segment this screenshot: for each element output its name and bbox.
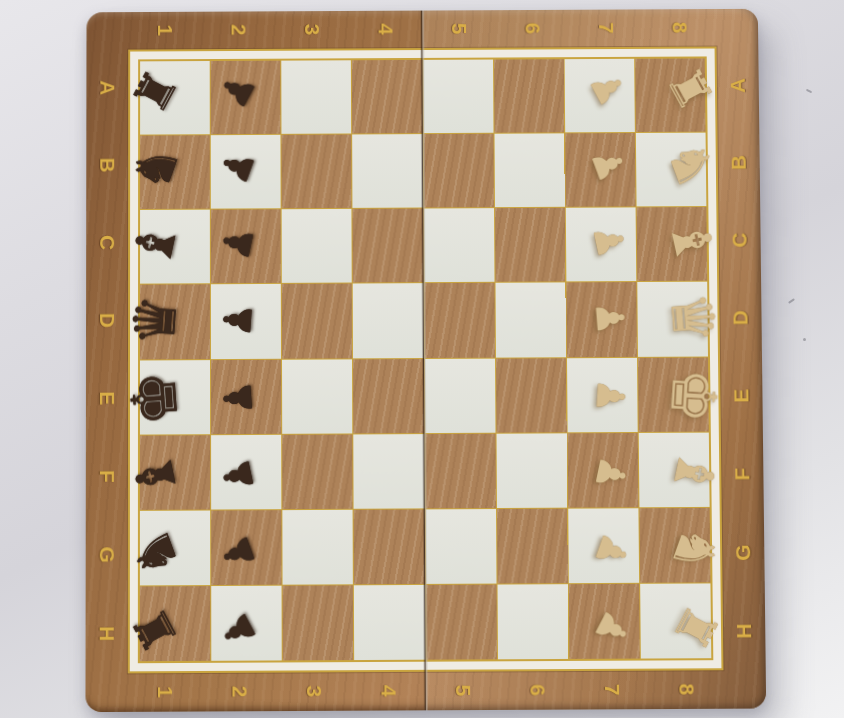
square-F3[interactable] xyxy=(282,434,353,509)
coord-left-D: D xyxy=(68,304,146,338)
square-C3[interactable] xyxy=(282,209,352,283)
piece-light-pawn[interactable]: ♟ xyxy=(584,143,631,188)
square-G1[interactable]: ♞ xyxy=(140,510,210,585)
coord-top-4: 4 xyxy=(370,0,400,66)
square-F8[interactable]: ♝ xyxy=(639,432,710,507)
square-F1[interactable]: ♝ xyxy=(140,435,210,510)
coord-top-5: 5 xyxy=(444,0,474,66)
square-F4[interactable] xyxy=(354,434,425,509)
dust-speck xyxy=(788,298,795,304)
square-D5[interactable] xyxy=(424,283,495,357)
coordinate-labels-right: ABCDEFGH xyxy=(721,46,762,670)
photo-scene: 12345678 12345678 ABCDEFGH ABCDEFGH ♜♟♟♜… xyxy=(0,0,844,718)
square-H4[interactable] xyxy=(354,585,425,660)
piece-dark-pawn[interactable]: ♟ xyxy=(213,67,262,114)
piece-light-pawn[interactable]: ♟ xyxy=(590,377,630,413)
square-B7[interactable]: ♟ xyxy=(565,133,636,207)
square-B2[interactable]: ♟ xyxy=(211,135,281,209)
coord-right-G: G xyxy=(704,535,783,570)
square-B6[interactable] xyxy=(494,133,564,207)
square-D3[interactable] xyxy=(282,284,352,358)
square-H1[interactable]: ♜ xyxy=(140,586,211,661)
coord-top-8: 8 xyxy=(664,0,695,65)
square-F2[interactable]: ♟ xyxy=(211,434,281,509)
square-G8[interactable]: ♞ xyxy=(639,508,710,583)
coord-left-H: H xyxy=(67,617,145,652)
coord-right-E: E xyxy=(702,378,780,412)
square-H7[interactable]: ♟ xyxy=(569,584,640,659)
square-C8[interactable]: ♝ xyxy=(636,207,707,281)
square-E4[interactable] xyxy=(353,359,424,434)
square-E7[interactable]: ♟ xyxy=(567,357,638,432)
square-G7[interactable]: ♟ xyxy=(568,508,639,583)
coord-left-F: F xyxy=(68,460,146,495)
square-A7[interactable]: ♟ xyxy=(564,59,634,133)
square-H6[interactable] xyxy=(497,584,568,659)
square-H2[interactable]: ♟ xyxy=(211,586,282,661)
square-E6[interactable] xyxy=(496,358,567,433)
coord-bottom-5: 5 xyxy=(448,653,479,718)
coordinate-labels-bottom: 12345678 xyxy=(128,674,724,708)
piece-dark-pawn[interactable]: ♟ xyxy=(214,145,261,190)
square-C5[interactable] xyxy=(424,208,494,282)
square-E5[interactable] xyxy=(425,358,496,433)
coord-bottom-8: 8 xyxy=(671,652,702,718)
square-B5[interactable] xyxy=(423,134,493,208)
square-G6[interactable] xyxy=(497,508,568,583)
square-D6[interactable] xyxy=(495,283,566,357)
square-D2[interactable]: ♟ xyxy=(211,284,281,358)
piece-dark-pawn[interactable]: ♟ xyxy=(216,454,260,496)
piece-light-pawn[interactable]: ♟ xyxy=(588,528,635,573)
square-D7[interactable]: ♟ xyxy=(566,282,637,356)
coord-left-A: A xyxy=(68,71,146,105)
coord-top-2: 2 xyxy=(224,0,254,67)
square-C4[interactable] xyxy=(353,209,423,283)
squares-grid: ♜♟♟♜♞♟♟♞♝♟♟♝♛♟♟♛♚♟♟♚♝♟♟♝♞♟♟♞♜♟♟♜ xyxy=(138,56,713,663)
coord-left-G: G xyxy=(68,538,146,573)
piece-light-pawn[interactable]: ♟ xyxy=(587,604,637,652)
coord-bottom-6: 6 xyxy=(522,653,553,718)
coord-left-E: E xyxy=(68,381,146,415)
coordinate-labels-left: ABCDEFGH xyxy=(90,50,125,674)
square-D8[interactable]: ♛ xyxy=(637,282,708,356)
coord-bottom-4: 4 xyxy=(373,654,404,718)
square-E2[interactable]: ♟ xyxy=(211,359,281,434)
square-H3[interactable] xyxy=(283,585,354,660)
coord-top-7: 7 xyxy=(591,0,621,65)
square-A3[interactable] xyxy=(282,60,352,134)
coord-right-C: C xyxy=(701,223,779,257)
piece-dark-pawn[interactable]: ♟ xyxy=(218,379,258,416)
square-E1[interactable]: ♚ xyxy=(140,360,210,435)
square-G4[interactable] xyxy=(354,509,425,584)
piece-dark-pawn[interactable]: ♟ xyxy=(214,606,264,655)
coord-right-H: H xyxy=(705,613,784,648)
piece-light-pawn[interactable]: ♟ xyxy=(589,452,633,493)
square-C7[interactable]: ♟ xyxy=(566,208,637,282)
dust-speck xyxy=(803,338,806,341)
square-H8[interactable]: ♜ xyxy=(640,583,711,658)
square-F5[interactable] xyxy=(425,433,496,508)
square-A2[interactable]: ♟ xyxy=(211,61,281,135)
square-H5[interactable] xyxy=(426,584,497,659)
square-E3[interactable] xyxy=(282,359,352,434)
chess-board: 12345678 12345678 ABCDEFGH ABCDEFGH ♜♟♟♜… xyxy=(85,9,766,712)
square-C6[interactable] xyxy=(495,208,566,282)
square-F7[interactable]: ♟ xyxy=(567,433,638,508)
square-B3[interactable] xyxy=(282,135,352,209)
coord-bottom-2: 2 xyxy=(224,655,254,718)
square-E8[interactable]: ♚ xyxy=(638,357,709,432)
coord-bottom-1: 1 xyxy=(150,655,180,718)
coord-right-A: A xyxy=(699,68,777,102)
square-C1[interactable]: ♝ xyxy=(140,210,210,284)
piece-dark-pawn[interactable]: ♟ xyxy=(218,302,258,338)
piece-dark-pawn[interactable]: ♟ xyxy=(216,223,260,264)
square-A6[interactable] xyxy=(494,59,564,133)
square-A4[interactable] xyxy=(352,60,422,134)
coord-top-6: 6 xyxy=(517,0,547,65)
piece-dark-pawn[interactable]: ♟ xyxy=(215,530,263,575)
coord-bottom-7: 7 xyxy=(597,653,628,718)
square-B1[interactable]: ♞ xyxy=(140,135,210,209)
coordinate-labels-top: 12345678 xyxy=(128,13,716,46)
square-D4[interactable] xyxy=(353,284,423,358)
square-A5[interactable] xyxy=(423,60,493,134)
coord-right-B: B xyxy=(700,145,778,179)
coord-bottom-3: 3 xyxy=(299,654,329,718)
square-B8[interactable]: ♞ xyxy=(636,133,707,207)
coord-left-C: C xyxy=(68,226,146,260)
square-D1[interactable]: ♛ xyxy=(140,285,210,359)
coord-top-3: 3 xyxy=(297,0,327,66)
square-G3[interactable] xyxy=(283,510,354,585)
square-B4[interactable] xyxy=(353,134,423,208)
square-A8[interactable]: ♜ xyxy=(635,58,706,132)
dust-speck xyxy=(806,89,812,94)
piece-light-pawn[interactable]: ♟ xyxy=(583,65,632,112)
square-G2[interactable]: ♟ xyxy=(211,510,282,585)
coord-right-F: F xyxy=(703,456,782,491)
square-C2[interactable]: ♟ xyxy=(211,209,281,283)
coord-right-D: D xyxy=(701,300,779,334)
square-F6[interactable] xyxy=(496,433,567,508)
piece-light-pawn[interactable]: ♟ xyxy=(589,300,630,337)
coord-top-1: 1 xyxy=(150,0,180,67)
square-G5[interactable] xyxy=(425,509,496,584)
piece-light-pawn[interactable]: ♟ xyxy=(587,221,631,262)
coord-left-B: B xyxy=(68,148,146,182)
playing-field-frame: ♜♟♟♜♞♟♟♞♝♟♟♝♛♟♟♛♚♟♟♚♝♟♟♝♞♟♟♞♜♟♟♜ xyxy=(128,47,724,674)
square-A1[interactable]: ♜ xyxy=(140,61,210,135)
